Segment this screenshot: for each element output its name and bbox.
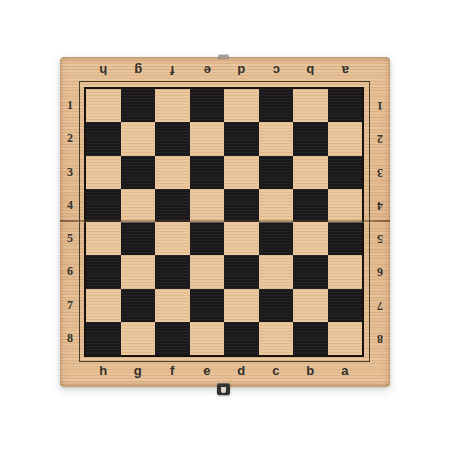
- square-c7[interactable]: [259, 289, 294, 322]
- rank-label-right-8: 8: [370, 322, 390, 355]
- rank-label-left-6: 6: [60, 255, 80, 288]
- file-label-bottom-g: g: [121, 361, 156, 381]
- square-b8[interactable]: [293, 322, 328, 355]
- square-d2[interactable]: [224, 122, 259, 155]
- board-grid: [86, 89, 362, 355]
- file-label-bottom-c: c: [259, 361, 294, 381]
- square-h5[interactable]: [86, 222, 121, 255]
- square-e7[interactable]: [190, 289, 225, 322]
- square-f7[interactable]: [155, 289, 190, 322]
- square-a8[interactable]: [328, 322, 363, 355]
- file-label-top-h: h: [86, 60, 121, 80]
- square-d4[interactable]: [224, 189, 259, 222]
- file-label-bottom-e: e: [190, 361, 225, 381]
- square-c5[interactable]: [259, 222, 294, 255]
- square-e2[interactable]: [190, 122, 225, 155]
- square-b3[interactable]: [293, 156, 328, 189]
- square-e5[interactable]: [190, 222, 225, 255]
- file-label-top-b: b: [293, 60, 328, 80]
- square-g4[interactable]: [121, 189, 156, 222]
- square-g6[interactable]: [121, 255, 156, 288]
- square-f1[interactable]: [155, 89, 190, 122]
- square-f2[interactable]: [155, 122, 190, 155]
- square-f6[interactable]: [155, 255, 190, 288]
- file-label-bottom-f: f: [155, 361, 190, 381]
- rank-label-left-8: 8: [60, 322, 80, 355]
- file-label-top-g: g: [121, 60, 156, 80]
- rank-label-left-5: 5: [60, 222, 80, 255]
- square-e3[interactable]: [190, 156, 225, 189]
- rank-label-right-3: 3: [370, 156, 390, 189]
- square-f8[interactable]: [155, 322, 190, 355]
- rank-label-left-4: 4: [60, 189, 80, 222]
- square-a6[interactable]: [328, 255, 363, 288]
- square-h4[interactable]: [86, 189, 121, 222]
- file-label-top-c: c: [259, 60, 294, 80]
- square-b6[interactable]: [293, 255, 328, 288]
- square-c2[interactable]: [259, 122, 294, 155]
- square-g2[interactable]: [121, 122, 156, 155]
- square-h6[interactable]: [86, 255, 121, 288]
- file-label-top-d: d: [224, 60, 259, 80]
- rank-label-right-7: 7: [370, 289, 390, 322]
- rank-label-left-3: 3: [60, 156, 80, 189]
- square-c3[interactable]: [259, 156, 294, 189]
- square-h2[interactable]: [86, 122, 121, 155]
- square-g1[interactable]: [121, 89, 156, 122]
- square-e6[interactable]: [190, 255, 225, 288]
- square-g8[interactable]: [121, 322, 156, 355]
- square-a1[interactable]: [328, 89, 363, 122]
- square-d1[interactable]: [224, 89, 259, 122]
- square-d7[interactable]: [224, 289, 259, 322]
- square-b7[interactable]: [293, 289, 328, 322]
- hinge-tab-icon: [218, 54, 229, 58]
- square-f3[interactable]: [155, 156, 190, 189]
- rank-label-left-7: 7: [60, 289, 80, 322]
- clasp-latch[interactable]: [217, 383, 230, 395]
- file-label-bottom-a: a: [328, 361, 363, 381]
- rank-label-right-1: 1: [370, 89, 390, 122]
- square-h8[interactable]: [86, 322, 121, 355]
- file-label-top-a: a: [328, 60, 363, 80]
- square-h1[interactable]: [86, 89, 121, 122]
- square-a5[interactable]: [328, 222, 363, 255]
- file-label-bottom-d: d: [224, 361, 259, 381]
- file-label-top-e: e: [190, 60, 225, 80]
- file-label-bottom-h: h: [86, 361, 121, 381]
- square-b4[interactable]: [293, 189, 328, 222]
- square-b5[interactable]: [293, 222, 328, 255]
- square-d5[interactable]: [224, 222, 259, 255]
- square-b1[interactable]: [293, 89, 328, 122]
- file-labels-top: hgfedcba: [86, 60, 362, 80]
- square-c4[interactable]: [259, 189, 294, 222]
- rank-label-right-6: 6: [370, 255, 390, 288]
- square-h3[interactable]: [86, 156, 121, 189]
- square-c8[interactable]: [259, 322, 294, 355]
- square-g5[interactable]: [121, 222, 156, 255]
- rank-label-left-2: 2: [60, 122, 80, 155]
- square-f5[interactable]: [155, 222, 190, 255]
- square-e1[interactable]: [190, 89, 225, 122]
- square-a2[interactable]: [328, 122, 363, 155]
- rank-label-right-2: 2: [370, 122, 390, 155]
- square-e8[interactable]: [190, 322, 225, 355]
- file-label-bottom-b: b: [293, 361, 328, 381]
- chess-board: hgfedcba hgfedcba 12345678 12345678: [60, 57, 390, 387]
- square-a7[interactable]: [328, 289, 363, 322]
- file-label-top-f: f: [155, 60, 190, 80]
- square-a4[interactable]: [328, 189, 363, 222]
- square-b2[interactable]: [293, 122, 328, 155]
- rank-label-left-1: 1: [60, 89, 80, 122]
- rank-label-right-4: 4: [370, 189, 390, 222]
- square-d6[interactable]: [224, 255, 259, 288]
- square-h7[interactable]: [86, 289, 121, 322]
- rank-label-right-5: 5: [370, 222, 390, 255]
- square-g3[interactable]: [121, 156, 156, 189]
- square-c6[interactable]: [259, 255, 294, 288]
- square-f4[interactable]: [155, 189, 190, 222]
- clasp-notch: [221, 387, 226, 393]
- rank-labels-right: 12345678: [370, 89, 390, 355]
- square-e4[interactable]: [190, 189, 225, 222]
- square-d3[interactable]: [224, 156, 259, 189]
- square-a3[interactable]: [328, 156, 363, 189]
- rank-labels-left: 12345678: [60, 89, 80, 355]
- square-c1[interactable]: [259, 89, 294, 122]
- square-d8[interactable]: [224, 322, 259, 355]
- product-photo: hgfedcba hgfedcba 12345678 12345678: [0, 0, 450, 450]
- square-g7[interactable]: [121, 289, 156, 322]
- file-labels-bottom: hgfedcba: [86, 361, 362, 381]
